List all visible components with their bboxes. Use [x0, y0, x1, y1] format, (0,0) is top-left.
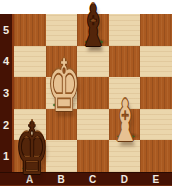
black-bishop-glyph: ♝	[78, 0, 108, 55]
piece-white-king-b3[interactable]: ♚	[46, 75, 78, 115]
rank-label-1: 1	[0, 140, 12, 172]
square-c3[interactable]	[77, 77, 109, 109]
square-a3[interactable]	[14, 77, 46, 109]
square-a4[interactable]	[14, 46, 46, 78]
square-e1[interactable]	[140, 140, 172, 172]
square-e5[interactable]	[140, 14, 172, 46]
file-label-c: C	[77, 173, 109, 186]
white-king-glyph: ♚	[47, 49, 80, 121]
file-label-d: D	[109, 173, 141, 186]
square-e4[interactable]	[140, 46, 172, 78]
square-a5[interactable]	[14, 14, 46, 46]
rank-label-3: 3	[0, 77, 12, 109]
square-c1[interactable]	[77, 140, 109, 172]
square-d4[interactable]	[109, 46, 141, 78]
black-king-glyph: ♚	[15, 112, 48, 184]
rank-label-4: 4	[0, 46, 12, 78]
file-label-b: B	[46, 173, 78, 186]
square-b1[interactable]	[46, 140, 78, 172]
piece-black-bishop-c5[interactable]: ♝	[77, 15, 109, 51]
white-bishop-glyph: ♝	[110, 92, 140, 150]
square-e3[interactable]	[140, 77, 172, 109]
file-label-e: E	[140, 173, 172, 186]
chess-board-widget: 5 4 3 2 1 A B C D E ♝♚♝♚	[0, 0, 172, 186]
square-e2[interactable]	[140, 109, 172, 141]
piece-white-bishop-d2[interactable]: ♝	[109, 110, 141, 146]
square-b5[interactable]	[46, 14, 78, 46]
piece-black-king-a1[interactable]: ♚	[14, 138, 46, 178]
square-d5[interactable]	[109, 14, 141, 46]
rank-label-2: 2	[0, 109, 12, 141]
square-c2[interactable]	[77, 109, 109, 141]
rank-labels-strip: 5 4 3 2 1	[0, 14, 14, 172]
rank-label-5: 5	[0, 14, 12, 46]
